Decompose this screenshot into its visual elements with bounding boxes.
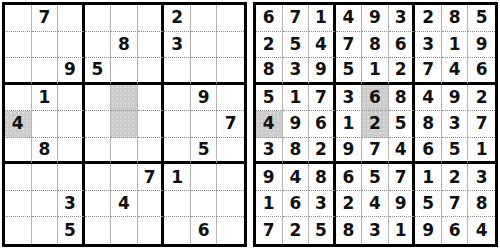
cell-r6c4	[85, 138, 112, 165]
cell-r3c3: 9	[309, 58, 336, 85]
cell-r1c6	[138, 5, 165, 32]
cell-r4c5: 6	[362, 85, 389, 112]
cell-r3c5	[111, 58, 138, 85]
cell-r3c7	[164, 58, 191, 85]
cell-r8c1	[5, 191, 32, 218]
cell-r8c4	[85, 191, 112, 218]
cell-r1c8	[191, 5, 218, 32]
cell-r9c9: 4	[468, 217, 495, 244]
cell-r1c1	[5, 5, 32, 32]
cell-r7c3: 8	[309, 164, 336, 191]
cell-r8c6: 9	[389, 191, 416, 218]
cell-r2c6	[138, 32, 165, 59]
cell-r1c9	[217, 5, 244, 32]
cell-r8c4: 2	[336, 191, 363, 218]
cell-r4c1: 5	[256, 85, 283, 112]
cell-r2c8	[191, 32, 218, 59]
cell-r5c9: 7	[217, 111, 244, 138]
cell-r7c2: 4	[283, 164, 310, 191]
cell-r6c6	[138, 138, 165, 165]
cell-r3c8	[191, 58, 218, 85]
cell-r7c1: 9	[256, 164, 283, 191]
cell-r6c5: 7	[362, 138, 389, 165]
cell-r1c2: 7	[283, 5, 310, 32]
cell-r7c8	[191, 164, 218, 191]
cell-r9c2	[32, 217, 59, 244]
cell-r8c2: 6	[283, 191, 310, 218]
cell-r5c6: 5	[389, 111, 416, 138]
sudoku-page: 728395194785713456 671493285254786319839…	[0, 0, 500, 249]
solution-board: 6714932852547863198395127465173684924961…	[253, 2, 498, 247]
cell-r5c3	[58, 111, 85, 138]
cell-r6c4: 9	[336, 138, 363, 165]
cell-r9c7	[164, 217, 191, 244]
cell-r3c2	[32, 58, 59, 85]
cell-r3c4: 5	[85, 58, 112, 85]
cell-r4c8: 9	[191, 85, 218, 112]
cell-r4c6	[138, 85, 165, 112]
cell-r2c5: 8	[362, 32, 389, 59]
cell-r4c4: 3	[336, 85, 363, 112]
cell-r8c5: 4	[111, 191, 138, 218]
cell-r5c3: 6	[309, 111, 336, 138]
cell-r1c4: 4	[336, 5, 363, 32]
cell-r7c9	[217, 164, 244, 191]
cell-r6c6: 4	[389, 138, 416, 165]
cell-r1c5	[111, 5, 138, 32]
cell-r9c3: 5	[58, 217, 85, 244]
cell-r4c8: 9	[442, 85, 469, 112]
cell-r2c8: 1	[442, 32, 469, 59]
cell-r3c6	[138, 58, 165, 85]
cell-r8c8: 7	[442, 191, 469, 218]
cell-r5c9: 7	[468, 111, 495, 138]
cell-r5c6	[138, 111, 165, 138]
cell-r6c1: 3	[256, 138, 283, 165]
cell-r7c7: 1	[164, 164, 191, 191]
cell-r8c8	[191, 191, 218, 218]
cell-r8c1: 1	[256, 191, 283, 218]
cell-r9c7: 9	[415, 217, 442, 244]
cell-r9c5	[111, 217, 138, 244]
cell-r7c6: 7	[138, 164, 165, 191]
cell-r5c2	[32, 111, 59, 138]
cell-r4c7: 4	[415, 85, 442, 112]
cell-r4c1	[5, 85, 32, 112]
cell-r6c5	[111, 138, 138, 165]
cell-r9c4: 8	[336, 217, 363, 244]
cell-r9c8: 6	[191, 217, 218, 244]
cell-r8c7: 5	[415, 191, 442, 218]
cell-r9c9	[217, 217, 244, 244]
cell-r9c1: 7	[256, 217, 283, 244]
cell-r4c2: 1	[283, 85, 310, 112]
cell-r6c8: 5	[191, 138, 218, 165]
cell-r2c6: 6	[389, 32, 416, 59]
cell-r3c8: 4	[442, 58, 469, 85]
cell-r1c3	[58, 5, 85, 32]
cell-r7c2	[32, 164, 59, 191]
cell-r3c4: 5	[336, 58, 363, 85]
cell-r7c6: 7	[389, 164, 416, 191]
cell-r2c9	[217, 32, 244, 59]
cell-r7c1	[5, 164, 32, 191]
cell-r5c1: 4	[256, 111, 283, 138]
cell-r3c5: 1	[362, 58, 389, 85]
cell-r4c2: 1	[32, 85, 59, 112]
cell-r3c6: 2	[389, 58, 416, 85]
cell-r2c4	[85, 32, 112, 59]
cell-r7c3	[58, 164, 85, 191]
cell-r7c7: 1	[415, 164, 442, 191]
cell-r5c4: 1	[336, 111, 363, 138]
cell-r1c5: 9	[362, 5, 389, 32]
cell-r1c7: 2	[164, 5, 191, 32]
cell-r1c3: 1	[309, 5, 336, 32]
cell-r2c3: 4	[309, 32, 336, 59]
cell-r5c1: 4	[5, 111, 32, 138]
cell-r1c1: 6	[256, 5, 283, 32]
cell-r4c5	[111, 85, 138, 112]
cell-r2c4: 7	[336, 32, 363, 59]
cell-r4c7	[164, 85, 191, 112]
cell-r2c2: 5	[283, 32, 310, 59]
cell-r9c6: 1	[389, 217, 416, 244]
cell-r9c6	[138, 217, 165, 244]
cell-r5c7	[164, 111, 191, 138]
cell-r6c1	[5, 138, 32, 165]
cell-r5c5: 2	[362, 111, 389, 138]
cell-r5c8: 3	[442, 111, 469, 138]
cell-r3c2: 3	[283, 58, 310, 85]
cell-r4c9	[217, 85, 244, 112]
cell-r8c9	[217, 191, 244, 218]
cell-r5c4	[85, 111, 112, 138]
cell-r2c1	[5, 32, 32, 59]
cell-r8c5: 4	[362, 191, 389, 218]
cell-r6c2: 8	[283, 138, 310, 165]
cell-r1c7: 2	[415, 5, 442, 32]
cell-r1c4	[85, 5, 112, 32]
cell-r8c3: 3	[309, 191, 336, 218]
cell-r6c8: 5	[442, 138, 469, 165]
cell-r5c7: 8	[415, 111, 442, 138]
cell-r3c9	[217, 58, 244, 85]
cell-r2c3	[58, 32, 85, 59]
cell-r5c8	[191, 111, 218, 138]
cell-r9c8: 6	[442, 217, 469, 244]
cell-r6c7	[164, 138, 191, 165]
cell-r8c9: 8	[468, 191, 495, 218]
cell-r7c8: 2	[442, 164, 469, 191]
cell-r7c9: 3	[468, 164, 495, 191]
cell-r1c6: 3	[389, 5, 416, 32]
cell-r8c6	[138, 191, 165, 218]
cell-r4c9: 2	[468, 85, 495, 112]
cell-r1c9: 5	[468, 5, 495, 32]
cell-r2c7: 3	[164, 32, 191, 59]
cell-r4c3: 7	[309, 85, 336, 112]
cell-r6c3	[58, 138, 85, 165]
cell-r2c9: 9	[468, 32, 495, 59]
cell-r1c8: 8	[442, 5, 469, 32]
cell-r9c3: 5	[309, 217, 336, 244]
cell-r6c2: 8	[32, 138, 59, 165]
cell-r8c2	[32, 191, 59, 218]
cell-r5c5	[111, 111, 138, 138]
puzzle-board: 728395194785713456	[2, 2, 247, 247]
cell-r2c2	[32, 32, 59, 59]
cell-r2c5: 8	[111, 32, 138, 59]
cell-r7c4: 6	[336, 164, 363, 191]
cell-r9c2: 2	[283, 217, 310, 244]
cell-r2c1: 2	[256, 32, 283, 59]
cell-r1c2: 7	[32, 5, 59, 32]
cell-r4c3	[58, 85, 85, 112]
cell-r7c5	[111, 164, 138, 191]
cell-r3c1: 8	[256, 58, 283, 85]
cell-r4c6: 8	[389, 85, 416, 112]
cell-r9c4	[85, 217, 112, 244]
cell-r3c9: 6	[468, 58, 495, 85]
cell-r2c7: 3	[415, 32, 442, 59]
cell-r7c4	[85, 164, 112, 191]
cell-r3c3: 9	[58, 58, 85, 85]
cell-r6c7: 6	[415, 138, 442, 165]
cell-r6c9	[217, 138, 244, 165]
cell-r6c9: 1	[468, 138, 495, 165]
cell-r9c1	[5, 217, 32, 244]
cell-r9c5: 3	[362, 217, 389, 244]
cell-r3c7: 7	[415, 58, 442, 85]
cell-r5c2: 9	[283, 111, 310, 138]
cell-r8c7	[164, 191, 191, 218]
cell-r8c3: 3	[58, 191, 85, 218]
cell-r6c3: 2	[309, 138, 336, 165]
cell-r4c4	[85, 85, 112, 112]
cell-r3c1	[5, 58, 32, 85]
cell-r7c5: 5	[362, 164, 389, 191]
